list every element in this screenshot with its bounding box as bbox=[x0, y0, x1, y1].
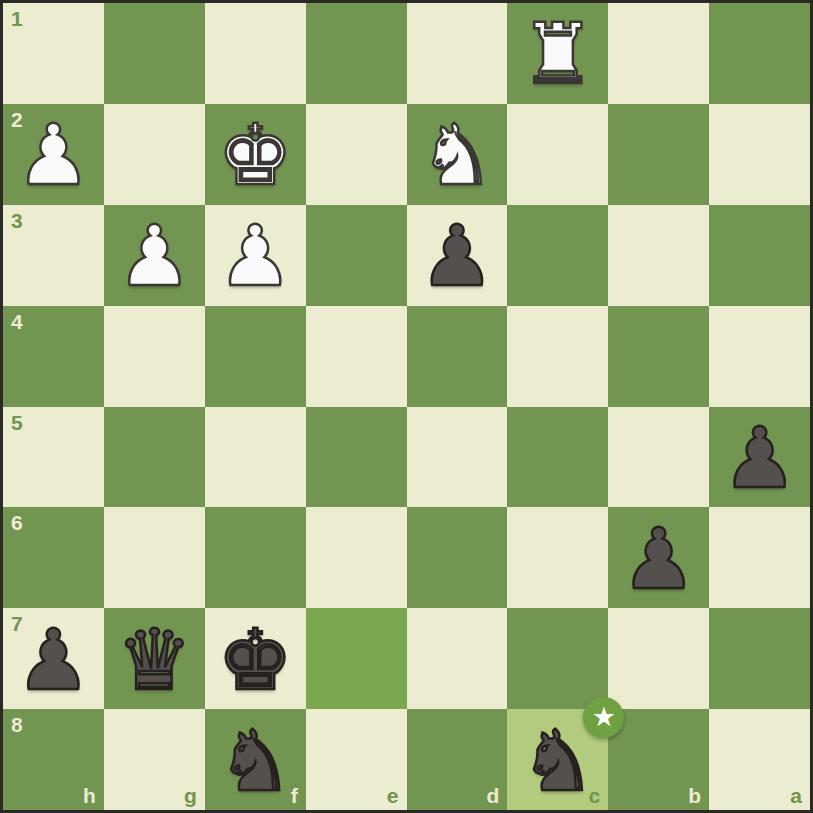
square-b5[interactable] bbox=[608, 407, 709, 508]
black-knight[interactable]: ♞ bbox=[218, 719, 293, 803]
square-d7[interactable] bbox=[407, 608, 508, 709]
square-h4[interactable]: 4 bbox=[3, 306, 104, 407]
rank-label-4: 4 bbox=[11, 311, 23, 332]
white-knight[interactable]: ♞ bbox=[419, 113, 494, 197]
square-e8[interactable]: e bbox=[306, 709, 407, 810]
square-e4[interactable] bbox=[306, 306, 407, 407]
chess-board: 1♜2♟♚♞3♟♟♟45♟6♟7♟♛♚8hgf♞edc♞★ba bbox=[3, 3, 810, 810]
black-king[interactable]: ♚ bbox=[218, 618, 293, 702]
square-c7[interactable] bbox=[507, 608, 608, 709]
square-e2[interactable] bbox=[306, 104, 407, 205]
square-a3[interactable] bbox=[709, 205, 810, 306]
square-a4[interactable] bbox=[709, 306, 810, 407]
rank-label-1: 1 bbox=[11, 8, 23, 29]
rank-label-8: 8 bbox=[11, 714, 23, 735]
square-g1[interactable] bbox=[104, 3, 205, 104]
square-b7[interactable] bbox=[608, 608, 709, 709]
rank-label-5: 5 bbox=[11, 412, 23, 433]
square-c6[interactable] bbox=[507, 507, 608, 608]
rank-label-3: 3 bbox=[11, 210, 23, 231]
square-c2[interactable] bbox=[507, 104, 608, 205]
square-e3[interactable] bbox=[306, 205, 407, 306]
white-pawn[interactable]: ♟ bbox=[117, 214, 192, 298]
square-b1[interactable] bbox=[608, 3, 709, 104]
square-g3[interactable]: ♟ bbox=[104, 205, 205, 306]
black-queen[interactable]: ♛ bbox=[117, 618, 192, 702]
square-c3[interactable] bbox=[507, 205, 608, 306]
square-b2[interactable] bbox=[608, 104, 709, 205]
square-d2[interactable]: ♞ bbox=[407, 104, 508, 205]
file-label-h: h bbox=[83, 785, 96, 806]
square-d5[interactable] bbox=[407, 407, 508, 508]
file-label-b: b bbox=[688, 785, 701, 806]
white-pawn[interactable]: ♟ bbox=[218, 214, 293, 298]
file-label-a: a bbox=[790, 785, 802, 806]
square-d1[interactable] bbox=[407, 3, 508, 104]
square-g5[interactable] bbox=[104, 407, 205, 508]
square-h2[interactable]: 2♟ bbox=[3, 104, 104, 205]
rank-label-6: 6 bbox=[11, 512, 23, 533]
square-d4[interactable] bbox=[407, 306, 508, 407]
square-a8[interactable]: a bbox=[709, 709, 810, 810]
white-rook[interactable]: ♜ bbox=[520, 12, 595, 96]
square-g2[interactable] bbox=[104, 104, 205, 205]
square-h7[interactable]: 7♟ bbox=[3, 608, 104, 709]
square-c5[interactable] bbox=[507, 407, 608, 508]
square-g6[interactable] bbox=[104, 507, 205, 608]
black-pawn[interactable]: ♟ bbox=[722, 416, 797, 500]
square-g4[interactable] bbox=[104, 306, 205, 407]
square-d8[interactable]: d bbox=[407, 709, 508, 810]
square-e1[interactable] bbox=[306, 3, 407, 104]
white-king[interactable]: ♚ bbox=[218, 113, 293, 197]
square-a2[interactable] bbox=[709, 104, 810, 205]
square-a6[interactable] bbox=[709, 507, 810, 608]
square-e6[interactable] bbox=[306, 507, 407, 608]
black-pawn[interactable]: ♟ bbox=[621, 517, 696, 601]
square-f7[interactable]: ♚ bbox=[205, 608, 306, 709]
square-h1[interactable]: 1 bbox=[3, 3, 104, 104]
square-f4[interactable] bbox=[205, 306, 306, 407]
square-h5[interactable]: 5 bbox=[3, 407, 104, 508]
square-b8[interactable]: b bbox=[608, 709, 709, 810]
square-f6[interactable] bbox=[205, 507, 306, 608]
square-b3[interactable] bbox=[608, 205, 709, 306]
square-a1[interactable] bbox=[709, 3, 810, 104]
square-h6[interactable]: 6 bbox=[3, 507, 104, 608]
square-e5[interactable] bbox=[306, 407, 407, 508]
file-label-d: d bbox=[487, 785, 500, 806]
white-pawn[interactable]: ♟ bbox=[16, 113, 91, 197]
square-d6[interactable] bbox=[407, 507, 508, 608]
square-f2[interactable]: ♚ bbox=[205, 104, 306, 205]
square-b6[interactable]: ♟ bbox=[608, 507, 709, 608]
square-c4[interactable] bbox=[507, 306, 608, 407]
square-g8[interactable]: g bbox=[104, 709, 205, 810]
square-g7[interactable]: ♛ bbox=[104, 608, 205, 709]
square-f1[interactable] bbox=[205, 3, 306, 104]
square-h3[interactable]: 3 bbox=[3, 205, 104, 306]
black-pawn[interactable]: ♟ bbox=[16, 618, 91, 702]
square-c1[interactable]: ♜ bbox=[507, 3, 608, 104]
file-label-g: g bbox=[184, 785, 197, 806]
black-knight[interactable]: ♞ bbox=[520, 719, 595, 803]
square-h8[interactable]: 8h bbox=[3, 709, 104, 810]
square-f3[interactable]: ♟ bbox=[205, 205, 306, 306]
square-b4[interactable] bbox=[608, 306, 709, 407]
square-a5[interactable]: ♟ bbox=[709, 407, 810, 508]
black-pawn[interactable]: ♟ bbox=[419, 214, 494, 298]
square-f8[interactable]: f♞ bbox=[205, 709, 306, 810]
square-c8[interactable]: c♞★ bbox=[507, 709, 608, 810]
square-d3[interactable]: ♟ bbox=[407, 205, 508, 306]
square-f5[interactable] bbox=[205, 407, 306, 508]
board-frame: 1♜2♟♚♞3♟♟♟45♟6♟7♟♛♚8hgf♞edc♞★ba bbox=[0, 0, 813, 813]
square-a7[interactable] bbox=[709, 608, 810, 709]
square-e7[interactable] bbox=[306, 608, 407, 709]
star-icon: ★ bbox=[592, 703, 616, 730]
file-label-e: e bbox=[387, 785, 399, 806]
